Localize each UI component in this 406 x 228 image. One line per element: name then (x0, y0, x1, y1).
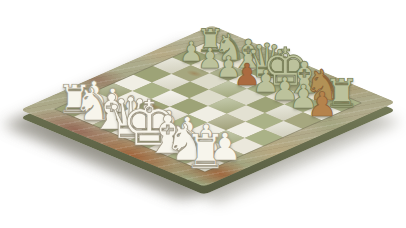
piece-green-pawn-c7: ♟ (216, 52, 242, 81)
piece-green-bishop-f8: ♝ (285, 56, 324, 100)
piece-white-pawn-a2: ♟ (80, 78, 109, 110)
piece-white-rook-h1: ♜ (184, 129, 226, 176)
pieces-layer: ♜♞♝♛♚♝♞♜♟♟♟♟♟♟♟♟♟♟♟♟♟♟♟♟♜♞♝♛♚♝♞♜ (0, 0, 406, 228)
piece-green-knight-b8: ♞ (213, 30, 246, 67)
piece-white-rook-a1: ♜ (57, 80, 92, 119)
piece-green-bishop-c8: ♝ (230, 35, 266, 75)
piece-white-bishop-f1: ♝ (144, 109, 191, 161)
piece-green-pawn-e7: ♟ (252, 67, 280, 98)
piece-green-pawn-f7: ♟ (270, 74, 299, 106)
piece-green-rook-h8: ♜ (324, 75, 359, 114)
piece-white-pawn-f2: ♟ (171, 113, 204, 149)
piece-white-pawn-c2: ♟ (116, 92, 146, 126)
piece-green-rook-a8: ♜ (196, 26, 225, 58)
piece-white-king-e1: ♚ (121, 93, 177, 156)
piece-white-queen-d1: ♛ (105, 90, 156, 147)
chess-set-photo: ♜♞♝♛♚♝♞♜♟♟♟♟♟♟♟♟♟♟♟♟♟♟♟♟♜♞♝♛♚♝♞♜ (0, 0, 406, 228)
piece-green-pawn-a7: ♟ (179, 38, 204, 65)
piece-green-pawn-b7: ♟ (197, 45, 222, 73)
piece-green-queen-d8: ♛ (246, 38, 288, 85)
piece-white-bishop-c1: ♝ (90, 88, 134, 137)
piece-green-pawn-g7: ♟ (289, 81, 318, 114)
piece-white-pawn-b2: ♟ (98, 85, 127, 118)
piece-green-pawn-d7: ♟ (234, 60, 261, 90)
piece-green-king-e8: ♚ (262, 41, 309, 93)
piece-green-knight-g8: ♞ (304, 65, 342, 107)
piece-white-pawn-h2: ♟ (208, 127, 242, 165)
piece-white-knight-b1: ♞ (73, 84, 113, 129)
piece-white-pawn-d2: ♟ (135, 99, 166, 134)
piece-green-pawn-h7: ♟ (307, 88, 337, 122)
piece-white-pawn-g2: ♟ (189, 120, 222, 157)
piece-white-knight-g1: ♞ (164, 118, 210, 169)
piece-white-pawn-e2: ♟ (153, 106, 185, 141)
